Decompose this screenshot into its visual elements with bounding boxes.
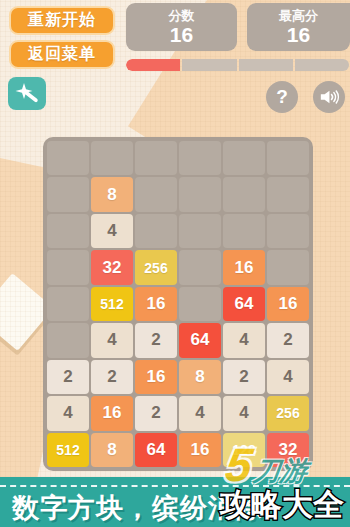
best-score-value: 16: [287, 23, 310, 46]
game-board[interactable]: 8432256165121664164264422216824416244256…: [43, 137, 313, 471]
tile-2: 2: [135, 323, 177, 357]
dashed-divider: [0, 485, 350, 487]
tile-256: 256: [135, 250, 177, 284]
progress-bar: [126, 59, 349, 71]
game-screen: 重新开始 返回菜单 分数 16 最高分 16 ? 8432256: [0, 0, 350, 527]
empty-cell: [223, 141, 265, 175]
empty-cell: [135, 141, 177, 175]
empty-cell: [135, 214, 177, 248]
restart-button[interactable]: 重新开始: [9, 6, 115, 35]
magic-wand-icon: [13, 81, 41, 107]
empty-cell: [91, 141, 133, 175]
score-value: 16: [170, 23, 193, 46]
empty-cell: [47, 141, 89, 175]
tile-64: 64: [179, 323, 221, 357]
tile-256: 256: [267, 396, 309, 430]
help-button[interactable]: ?: [266, 81, 298, 113]
tile-32: 32: [267, 433, 309, 467]
empty-cell: [47, 287, 89, 321]
empty-cell: [179, 177, 221, 211]
tile-2: 2: [223, 360, 265, 394]
empty-cell: [223, 177, 265, 211]
tile-128: 128: [223, 433, 265, 467]
empty-cell: [179, 250, 221, 284]
tile-2: 2: [47, 360, 89, 394]
empty-cell: [179, 287, 221, 321]
tile-8: 8: [91, 433, 133, 467]
best-score-label: 最高分: [279, 8, 318, 23]
empty-cell: [47, 250, 89, 284]
empty-cell: [267, 250, 309, 284]
progress-segment: [295, 59, 349, 71]
progress-segment: [182, 59, 236, 71]
empty-cell: [179, 214, 221, 248]
sound-button[interactable]: [313, 81, 345, 113]
tile-2: 2: [135, 396, 177, 430]
empty-cell: [267, 177, 309, 211]
tile-4: 4: [91, 323, 133, 357]
tile-512: 512: [47, 433, 89, 467]
tile-4: 4: [223, 396, 265, 430]
progress-segment: [239, 59, 293, 71]
question-mark-icon: ?: [276, 86, 288, 108]
tile-16: 16: [135, 287, 177, 321]
score-panel: 分数 16: [126, 3, 237, 51]
tile-2: 2: [267, 323, 309, 357]
tile-16: 16: [91, 396, 133, 430]
tile-4: 4: [223, 323, 265, 357]
progress-segment-filled: [126, 59, 180, 71]
tile-8: 8: [91, 177, 133, 211]
tile-32: 32: [91, 250, 133, 284]
tile-16: 16: [267, 287, 309, 321]
score-label: 分数: [169, 8, 195, 23]
empty-cell: [47, 177, 89, 211]
tile-4: 4: [47, 396, 89, 430]
bottom-banner: 数字方块，缤纷消除: [0, 477, 350, 527]
tile-2: 2: [91, 360, 133, 394]
return-menu-button[interactable]: 返回菜单: [9, 40, 115, 69]
tile-8: 8: [179, 360, 221, 394]
speaker-icon: [318, 87, 340, 107]
tile-16: 16: [135, 360, 177, 394]
empty-cell: [47, 214, 89, 248]
tile-4: 4: [91, 214, 133, 248]
tile-4: 4: [179, 396, 221, 430]
tile-512: 512: [91, 287, 133, 321]
empty-cell: [135, 177, 177, 211]
banner-slogan: 数字方块，缤纷消除: [12, 490, 264, 526]
tile-4: 4: [267, 360, 309, 394]
empty-cell: [179, 141, 221, 175]
empty-cell: [267, 141, 309, 175]
empty-cell: [223, 214, 265, 248]
tile-16: 16: [179, 433, 221, 467]
tile-16: 16: [223, 250, 265, 284]
magic-wand-button[interactable]: [8, 77, 46, 110]
tile-64: 64: [223, 287, 265, 321]
empty-cell: [267, 214, 309, 248]
tile-64: 64: [135, 433, 177, 467]
best-score-panel: 最高分 16: [247, 3, 350, 51]
empty-cell: [47, 323, 89, 357]
